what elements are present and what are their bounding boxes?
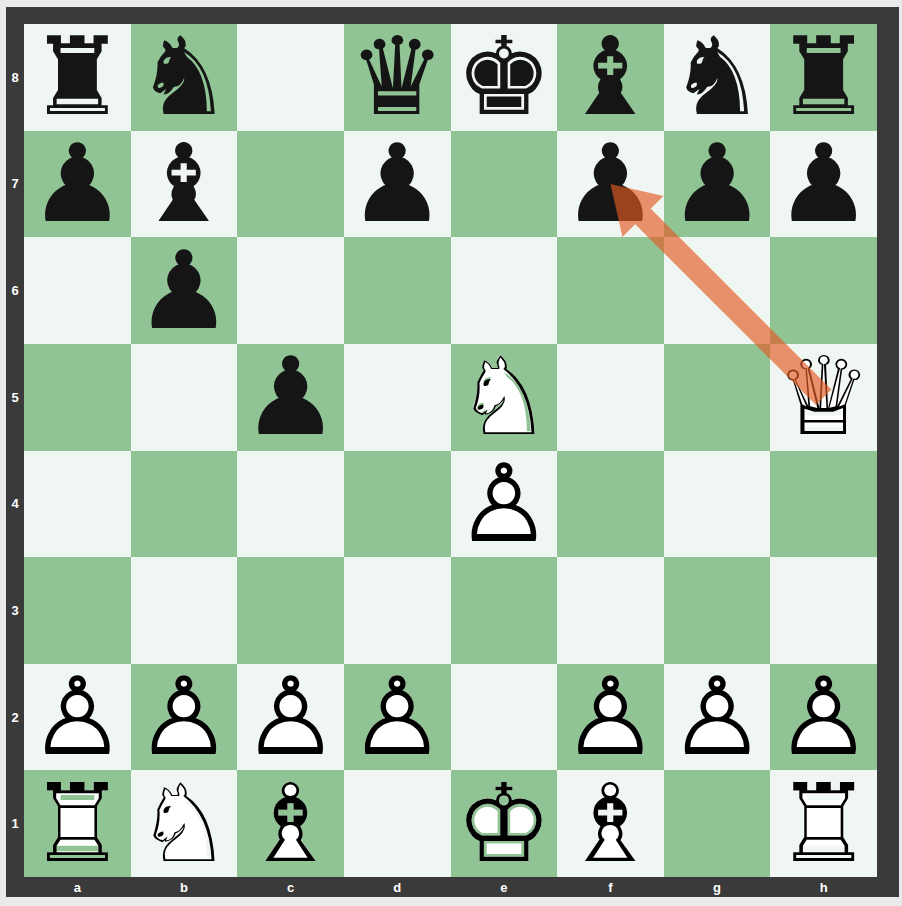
piece-outline: ♔ (451, 770, 558, 877)
square-c6[interactable] (237, 237, 344, 344)
piece-outline: ♙ (451, 451, 558, 558)
black-pawn-b6[interactable]: ♟ (131, 237, 238, 344)
black-knight-g8[interactable]: ♞ (664, 24, 771, 131)
piece-glyph: ♟ (131, 237, 238, 344)
piece-outline: ♙ (344, 664, 451, 771)
piece-glyph: ♟ (770, 131, 877, 238)
black-rook-h8[interactable]: ♜ (770, 24, 877, 131)
square-f2[interactable]: ♟♙ (557, 664, 664, 771)
square-g7[interactable]: ♟ (664, 131, 771, 238)
piece-outline: ♕ (770, 344, 877, 451)
square-f3[interactable] (557, 557, 664, 664)
square-e6[interactable] (451, 237, 558, 344)
square-h3[interactable] (770, 557, 877, 664)
white-queen-h5[interactable]: ♛♕ (770, 344, 877, 451)
square-a7[interactable]: ♟ (24, 131, 131, 238)
white-pawn-h2[interactable]: ♟♙ (770, 664, 877, 771)
white-bishop-f1[interactable]: ♝♗ (557, 770, 664, 877)
square-g2[interactable]: ♟♙ (664, 664, 771, 771)
piece-outline: ♙ (237, 664, 344, 771)
square-f5[interactable] (557, 344, 664, 451)
piece-glyph: ♟ (24, 131, 131, 238)
black-rook-a8[interactable]: ♜ (24, 24, 131, 131)
square-a4[interactable] (24, 451, 131, 558)
square-c4[interactable] (237, 451, 344, 558)
square-a3[interactable] (24, 557, 131, 664)
square-f4[interactable] (557, 451, 664, 558)
square-h7[interactable]: ♟ (770, 131, 877, 238)
square-f6[interactable] (557, 237, 664, 344)
square-h4[interactable] (770, 451, 877, 558)
piece-glyph: ♝ (557, 24, 664, 131)
rank-label-3: 3 (6, 557, 24, 664)
black-pawn-a7[interactable]: ♟ (24, 131, 131, 238)
rank-label-7: 7 (6, 131, 24, 238)
black-pawn-d7[interactable]: ♟ (344, 131, 451, 238)
black-pawn-h7[interactable]: ♟ (770, 131, 877, 238)
black-king-e8[interactable]: ♚ (451, 24, 558, 131)
square-b8[interactable]: ♞ (131, 24, 238, 131)
rank-label-6: 6 (6, 237, 24, 344)
piece-outline: ♙ (557, 664, 664, 771)
square-h5[interactable]: ♛♕ (770, 344, 877, 451)
square-g3[interactable] (664, 557, 771, 664)
piece-glyph: ♟ (344, 131, 451, 238)
square-b2[interactable]: ♟♙ (131, 664, 238, 771)
white-rook-h1[interactable]: ♜♖ (770, 770, 877, 877)
black-bishop-f8[interactable]: ♝ (557, 24, 664, 131)
white-pawn-d2[interactable]: ♟♙ (344, 664, 451, 771)
square-d6[interactable] (344, 237, 451, 344)
square-d4[interactable] (344, 451, 451, 558)
square-c1[interactable]: ♝♗ (237, 770, 344, 877)
square-f7[interactable]: ♟ (557, 131, 664, 238)
square-b3[interactable] (131, 557, 238, 664)
piece-glyph: ♝ (131, 131, 238, 238)
square-a8[interactable]: ♜ (24, 24, 131, 131)
black-pawn-f7[interactable]: ♟ (557, 131, 664, 238)
piece-glyph: ♞ (664, 24, 771, 131)
piece-outline: ♗ (557, 770, 664, 877)
square-g6[interactable] (664, 237, 771, 344)
piece-glyph: ♚ (451, 24, 558, 131)
black-knight-b8[interactable]: ♞ (131, 24, 238, 131)
square-a6[interactable] (24, 237, 131, 344)
piece-glyph: ♟ (557, 131, 664, 238)
white-pawn-f2[interactable]: ♟♙ (557, 664, 664, 771)
square-c3[interactable] (237, 557, 344, 664)
square-d1[interactable] (344, 770, 451, 877)
square-g1[interactable] (664, 770, 771, 877)
square-b7[interactable]: ♝ (131, 131, 238, 238)
file-label-g: g (664, 877, 771, 897)
piece-outline: ♙ (24, 664, 131, 771)
piece-glyph: ♜ (770, 24, 877, 131)
square-h1[interactable]: ♜♖ (770, 770, 877, 877)
white-knight-b1[interactable]: ♞♘ (131, 770, 238, 877)
square-a5[interactable] (24, 344, 131, 451)
square-h6[interactable] (770, 237, 877, 344)
square-e3[interactable] (451, 557, 558, 664)
file-label-d: d (344, 877, 451, 897)
square-b5[interactable] (131, 344, 238, 451)
square-a1[interactable]: ♜♖ (24, 770, 131, 877)
piece-glyph: ♞ (131, 24, 238, 131)
white-king-e1[interactable]: ♚♔ (451, 770, 558, 877)
square-g5[interactable] (664, 344, 771, 451)
piece-outline: ♖ (24, 770, 131, 877)
white-bishop-c1[interactable]: ♝♗ (237, 770, 344, 877)
chess-board-frame: 87654321 abcdefgh ♜♞♛♚♝♞♜♟♝♟♟♟♟♟♟♞♘♛♕♟♙♟… (6, 7, 899, 897)
square-e2[interactable] (451, 664, 558, 771)
black-bishop-b7[interactable]: ♝ (131, 131, 238, 238)
square-d2[interactable]: ♟♙ (344, 664, 451, 771)
white-pawn-a2[interactable]: ♟♙ (24, 664, 131, 771)
square-g4[interactable] (664, 451, 771, 558)
piece-outline: ♖ (770, 770, 877, 877)
square-a2[interactable]: ♟♙ (24, 664, 131, 771)
piece-glyph: ♛ (344, 24, 451, 131)
square-e7[interactable] (451, 131, 558, 238)
rank-label-8: 8 (6, 24, 24, 131)
rank-label-5: 5 (6, 344, 24, 451)
white-knight-e5[interactable]: ♞♘ (451, 344, 558, 451)
black-pawn-g7[interactable]: ♟ (664, 131, 771, 238)
square-d8[interactable]: ♛ (344, 24, 451, 131)
black-queen-d8[interactable]: ♛ (344, 24, 451, 131)
piece-outline: ♙ (664, 664, 771, 771)
square-d5[interactable] (344, 344, 451, 451)
square-b4[interactable] (131, 451, 238, 558)
square-c2[interactable]: ♟♙ (237, 664, 344, 771)
square-h2[interactable]: ♟♙ (770, 664, 877, 771)
square-e4[interactable]: ♟♙ (451, 451, 558, 558)
piece-glyph: ♜ (24, 24, 131, 131)
square-e8[interactable]: ♚ (451, 24, 558, 131)
square-e5[interactable]: ♞♘ (451, 344, 558, 451)
square-g8[interactable]: ♞ (664, 24, 771, 131)
square-c7[interactable] (237, 131, 344, 238)
piece-outline: ♘ (131, 770, 238, 877)
square-e1[interactable]: ♚♔ (451, 770, 558, 877)
rank-label-2: 2 (6, 664, 24, 771)
piece-glyph: ♟ (664, 131, 771, 238)
white-pawn-e4[interactable]: ♟♙ (451, 451, 558, 558)
white-pawn-g2[interactable]: ♟♙ (664, 664, 771, 771)
square-h8[interactable]: ♜ (770, 24, 877, 131)
square-b6[interactable]: ♟ (131, 237, 238, 344)
square-f8[interactable]: ♝ (557, 24, 664, 131)
chess-board[interactable]: ♜♞♛♚♝♞♜♟♝♟♟♟♟♟♟♞♘♛♕♟♙♟♙♟♙♟♙♟♙♟♙♟♙♟♙♜♖♞♘♝… (24, 24, 877, 877)
square-d3[interactable] (344, 557, 451, 664)
white-rook-a1[interactable]: ♜♖ (24, 770, 131, 877)
piece-outline: ♙ (770, 664, 877, 771)
white-pawn-c2[interactable]: ♟♙ (237, 664, 344, 771)
square-b1[interactable]: ♞♘ (131, 770, 238, 877)
square-f1[interactable]: ♝♗ (557, 770, 664, 877)
square-c5[interactable]: ♟ (237, 344, 344, 451)
white-pawn-b2[interactable]: ♟♙ (131, 664, 238, 771)
piece-outline: ♘ (451, 344, 558, 451)
rank-label-4: 4 (6, 451, 24, 558)
page: 87654321 abcdefgh ♜♞♛♚♝♞♜♟♝♟♟♟♟♟♟♞♘♛♕♟♙♟… (0, 0, 902, 906)
piece-outline: ♙ (131, 664, 238, 771)
piece-glyph: ♟ (237, 344, 344, 451)
piece-outline: ♗ (237, 770, 344, 877)
square-c8[interactable] (237, 24, 344, 131)
black-pawn-c5[interactable]: ♟ (237, 344, 344, 451)
rank-label-1: 1 (6, 770, 24, 877)
square-d7[interactable]: ♟ (344, 131, 451, 238)
